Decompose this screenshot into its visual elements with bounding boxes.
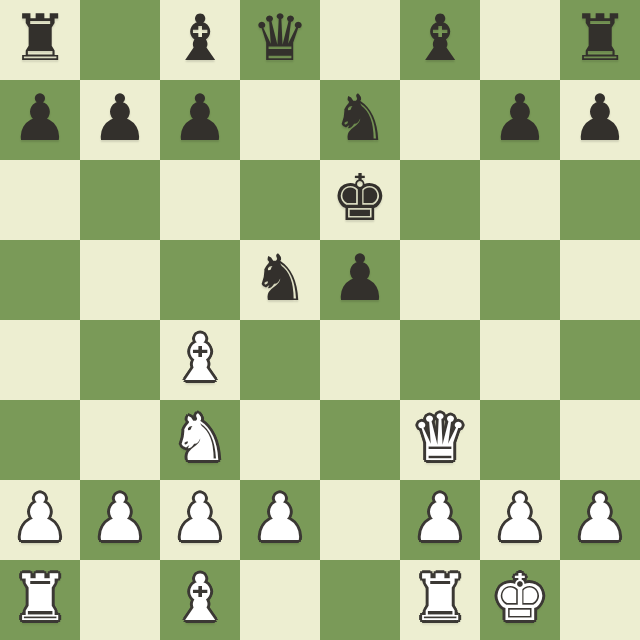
white-pawn-piece[interactable]: ♟ (491, 478, 548, 558)
square-c7[interactable]: ♟ (160, 80, 240, 160)
square-d1[interactable] (240, 560, 320, 640)
square-c4[interactable]: ♝ (160, 320, 240, 400)
black-pawn-piece[interactable]: ♟ (331, 238, 388, 318)
square-a5[interactable] (0, 240, 80, 320)
square-b7[interactable]: ♟ (80, 80, 160, 160)
square-a3[interactable] (0, 400, 80, 480)
square-b5[interactable] (80, 240, 160, 320)
square-g7[interactable]: ♟ (480, 80, 560, 160)
square-c3[interactable]: ♞ (160, 400, 240, 480)
square-e3[interactable] (320, 400, 400, 480)
black-pawn-piece[interactable]: ♟ (11, 78, 68, 158)
black-knight-piece[interactable]: ♞ (331, 78, 388, 158)
square-h8[interactable]: ♜ (560, 0, 640, 80)
square-b4[interactable] (80, 320, 160, 400)
black-bishop-piece[interactable]: ♝ (171, 0, 228, 78)
square-b1[interactable] (80, 560, 160, 640)
square-d8[interactable]: ♛ (240, 0, 320, 80)
white-pawn-piece[interactable]: ♟ (571, 478, 628, 558)
white-bishop-piece[interactable]: ♝ (171, 318, 228, 398)
square-d2[interactable]: ♟ (240, 480, 320, 560)
square-c5[interactable] (160, 240, 240, 320)
white-pawn-piece[interactable]: ♟ (251, 478, 308, 558)
square-e6[interactable]: ♚ (320, 160, 400, 240)
square-c8[interactable]: ♝ (160, 0, 240, 80)
white-queen-piece[interactable]: ♛ (411, 398, 468, 478)
square-f4[interactable] (400, 320, 480, 400)
square-g6[interactable] (480, 160, 560, 240)
square-h5[interactable] (560, 240, 640, 320)
square-a1[interactable]: ♜ (0, 560, 80, 640)
black-bishop-piece[interactable]: ♝ (411, 0, 468, 78)
square-e8[interactable] (320, 0, 400, 80)
square-h2[interactable]: ♟ (560, 480, 640, 560)
square-f6[interactable] (400, 160, 480, 240)
square-b6[interactable] (80, 160, 160, 240)
white-pawn-piece[interactable]: ♟ (91, 478, 148, 558)
square-e2[interactable] (320, 480, 400, 560)
black-rook-piece[interactable]: ♜ (11, 0, 68, 78)
white-king-piece[interactable]: ♚ (491, 558, 548, 638)
square-b8[interactable] (80, 0, 160, 80)
square-b3[interactable] (80, 400, 160, 480)
white-rook-piece[interactable]: ♜ (411, 558, 468, 638)
square-c1[interactable]: ♝ (160, 560, 240, 640)
black-king-piece[interactable]: ♚ (331, 158, 388, 238)
square-g4[interactable] (480, 320, 560, 400)
square-d7[interactable] (240, 80, 320, 160)
square-f8[interactable]: ♝ (400, 0, 480, 80)
black-rook-piece[interactable]: ♜ (571, 0, 628, 78)
square-a6[interactable] (0, 160, 80, 240)
chess-board: ♜♝♛♝♜♟♟♟♞♟♟♚♞♟♝♞♛♟♟♟♟♟♟♟♜♝♜♚ (0, 0, 640, 640)
square-h6[interactable] (560, 160, 640, 240)
black-pawn-piece[interactable]: ♟ (91, 78, 148, 158)
black-knight-piece[interactable]: ♞ (251, 238, 308, 318)
square-h1[interactable] (560, 560, 640, 640)
black-pawn-piece[interactable]: ♟ (491, 78, 548, 158)
square-h3[interactable] (560, 400, 640, 480)
black-queen-piece[interactable]: ♛ (251, 0, 308, 78)
square-g2[interactable]: ♟ (480, 480, 560, 560)
square-g8[interactable] (480, 0, 560, 80)
square-a8[interactable]: ♜ (0, 0, 80, 80)
square-h4[interactable] (560, 320, 640, 400)
white-pawn-piece[interactable]: ♟ (411, 478, 468, 558)
square-a7[interactable]: ♟ (0, 80, 80, 160)
square-a4[interactable] (0, 320, 80, 400)
square-c2[interactable]: ♟ (160, 480, 240, 560)
white-rook-piece[interactable]: ♜ (11, 558, 68, 638)
square-d3[interactable] (240, 400, 320, 480)
white-pawn-piece[interactable]: ♟ (11, 478, 68, 558)
square-f7[interactable] (400, 80, 480, 160)
square-f2[interactable]: ♟ (400, 480, 480, 560)
square-c6[interactable] (160, 160, 240, 240)
white-bishop-piece[interactable]: ♝ (171, 558, 228, 638)
square-a2[interactable]: ♟ (0, 480, 80, 560)
square-b2[interactable]: ♟ (80, 480, 160, 560)
square-g3[interactable] (480, 400, 560, 480)
square-d6[interactable] (240, 160, 320, 240)
square-g1[interactable]: ♚ (480, 560, 560, 640)
black-pawn-piece[interactable]: ♟ (571, 78, 628, 158)
black-pawn-piece[interactable]: ♟ (171, 78, 228, 158)
square-h7[interactable]: ♟ (560, 80, 640, 160)
square-f5[interactable] (400, 240, 480, 320)
square-e7[interactable]: ♞ (320, 80, 400, 160)
square-f3[interactable]: ♛ (400, 400, 480, 480)
square-g5[interactable] (480, 240, 560, 320)
square-d4[interactable] (240, 320, 320, 400)
square-f1[interactable]: ♜ (400, 560, 480, 640)
square-d5[interactable]: ♞ (240, 240, 320, 320)
white-knight-piece[interactable]: ♞ (171, 398, 228, 478)
white-pawn-piece[interactable]: ♟ (171, 478, 228, 558)
square-e4[interactable] (320, 320, 400, 400)
square-e5[interactable]: ♟ (320, 240, 400, 320)
square-e1[interactable] (320, 560, 400, 640)
